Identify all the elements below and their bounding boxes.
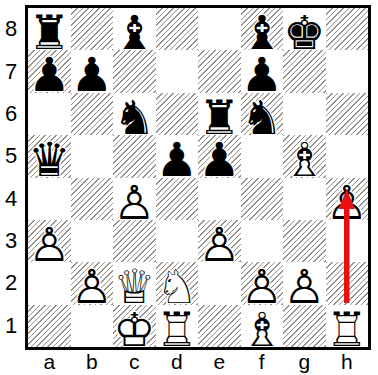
board-grid: ♜♝♝♚♟♟♟♞♜♞♛♟♟♝♗♟♙♟♙♟♙♟♙♟♙♛♕♞♘♟♙♟♙♚♔♜♖♝♗♜… (28, 8, 368, 347)
black-king-piece: ♚ (283, 8, 326, 50)
white-queen-piece: ♛♕ (113, 262, 156, 304)
file-label-e: e (198, 349, 241, 375)
square-f3[interactable] (241, 220, 284, 262)
square-a8[interactable]: ♜ (28, 8, 71, 50)
black-bishop-piece: ♝ (113, 8, 156, 50)
rank-label-6: 6 (0, 93, 22, 135)
square-c1[interactable]: ♚♔ (113, 305, 156, 347)
square-a4[interactable] (28, 178, 71, 220)
square-a2[interactable] (28, 262, 71, 304)
rank-label-1: 1 (0, 305, 22, 347)
square-c4[interactable]: ♟♙ (113, 178, 156, 220)
square-c5[interactable] (113, 135, 156, 177)
white-king-piece: ♚♔ (113, 305, 156, 347)
square-d6[interactable] (156, 93, 199, 135)
square-g3[interactable] (283, 220, 326, 262)
square-e1[interactable] (198, 305, 241, 347)
black-rook-piece: ♜ (198, 93, 241, 135)
square-h3[interactable] (326, 220, 369, 262)
square-f6[interactable]: ♞ (241, 93, 284, 135)
file-label-b: b (71, 349, 114, 375)
white-pawn-piece: ♟♙ (241, 262, 284, 304)
square-d4[interactable] (156, 178, 199, 220)
square-h6[interactable] (326, 93, 369, 135)
white-pawn-piece: ♟♙ (326, 178, 369, 220)
black-pawn-piece: ♟ (156, 135, 199, 177)
square-d2[interactable]: ♞♘ (156, 262, 199, 304)
white-knight-piece: ♞♘ (156, 262, 199, 304)
square-h4[interactable]: ♟♙ (326, 178, 369, 220)
square-e2[interactable] (198, 262, 241, 304)
black-bishop-piece: ♝ (241, 8, 284, 50)
square-d3[interactable] (156, 220, 199, 262)
square-e5[interactable]: ♟ (198, 135, 241, 177)
square-b5[interactable] (71, 135, 114, 177)
white-pawn-piece: ♟♙ (198, 220, 241, 262)
square-a7[interactable]: ♟ (28, 50, 71, 92)
square-c3[interactable] (113, 220, 156, 262)
square-f5[interactable] (241, 135, 284, 177)
square-g2[interactable]: ♟♙ (283, 262, 326, 304)
square-b2[interactable]: ♟♙ (71, 262, 114, 304)
white-pawn-piece: ♟♙ (283, 262, 326, 304)
square-f4[interactable] (241, 178, 284, 220)
square-h7[interactable] (326, 50, 369, 92)
square-c2[interactable]: ♛♕ (113, 262, 156, 304)
white-rook-piece: ♜♖ (156, 305, 199, 347)
square-b7[interactable]: ♟ (71, 50, 114, 92)
black-knight-piece: ♞ (113, 93, 156, 135)
chess-board: ♜♝♝♚♟♟♟♞♜♞♛♟♟♝♗♟♙♟♙♟♙♟♙♟♙♛♕♞♘♟♙♟♙♚♔♜♖♝♗♜… (25, 5, 371, 350)
square-f8[interactable]: ♝ (241, 8, 284, 50)
square-g6[interactable] (283, 93, 326, 135)
square-b4[interactable] (71, 178, 114, 220)
black-pawn-piece: ♟ (28, 50, 71, 92)
square-a5[interactable]: ♛ (28, 135, 71, 177)
square-g4[interactable] (283, 178, 326, 220)
square-e7[interactable] (198, 50, 241, 92)
square-h5[interactable] (326, 135, 369, 177)
file-label-a: a (28, 349, 71, 375)
square-b8[interactable] (71, 8, 114, 50)
square-a6[interactable] (28, 93, 71, 135)
square-a3[interactable]: ♟♙ (28, 220, 71, 262)
chess-diagram: 87654321 ♜♝♝♚♟♟♟♞♜♞♛♟♟♝♗♟♙♟♙♟♙♟♙♟♙♛♕♞♘♟♙… (0, 0, 378, 375)
square-g7[interactable] (283, 50, 326, 92)
file-label-c: c (113, 349, 156, 375)
rank-label-8: 8 (0, 8, 22, 50)
square-c7[interactable] (113, 50, 156, 92)
white-pawn-piece: ♟♙ (28, 220, 71, 262)
rank-label-4: 4 (0, 178, 22, 220)
black-queen-piece: ♛ (28, 135, 71, 177)
square-g8[interactable]: ♚ (283, 8, 326, 50)
black-pawn-piece: ♟ (71, 50, 114, 92)
white-rook-piece: ♜♖ (326, 305, 369, 347)
square-a1[interactable] (28, 305, 71, 347)
square-g5[interactable]: ♝♗ (283, 135, 326, 177)
square-h2[interactable] (326, 262, 369, 304)
square-d7[interactable] (156, 50, 199, 92)
square-g1[interactable] (283, 305, 326, 347)
square-h8[interactable] (326, 8, 369, 50)
rank-label-2: 2 (0, 262, 22, 304)
rank-labels: 87654321 (0, 8, 22, 347)
square-f2[interactable]: ♟♙ (241, 262, 284, 304)
square-e6[interactable]: ♜ (198, 93, 241, 135)
square-e3[interactable]: ♟♙ (198, 220, 241, 262)
white-pawn-piece: ♟♙ (113, 178, 156, 220)
square-b6[interactable] (71, 93, 114, 135)
square-b3[interactable] (71, 220, 114, 262)
square-f1[interactable]: ♝♗ (241, 305, 284, 347)
square-b1[interactable] (71, 305, 114, 347)
black-pawn-piece: ♟ (241, 50, 284, 92)
file-label-d: d (156, 349, 199, 375)
square-d5[interactable]: ♟ (156, 135, 199, 177)
rank-label-7: 7 (0, 50, 22, 92)
square-d1[interactable]: ♜♖ (156, 305, 199, 347)
file-label-f: f (241, 349, 284, 375)
rank-label-3: 3 (0, 220, 22, 262)
square-c8[interactable]: ♝ (113, 8, 156, 50)
square-e4[interactable] (198, 178, 241, 220)
white-pawn-piece: ♟♙ (71, 262, 114, 304)
rank-label-5: 5 (0, 135, 22, 177)
white-bishop-piece: ♝♗ (283, 135, 326, 177)
square-f7[interactable]: ♟ (241, 50, 284, 92)
square-d8[interactable] (156, 8, 199, 50)
square-c6[interactable]: ♞ (113, 93, 156, 135)
black-rook-piece: ♜ (28, 8, 71, 50)
black-pawn-piece: ♟ (198, 135, 241, 177)
square-e8[interactable] (198, 8, 241, 50)
file-label-h: h (326, 349, 369, 375)
square-h1[interactable]: ♜♖ (326, 305, 369, 347)
file-labels: abcdefgh (28, 349, 368, 375)
black-knight-piece: ♞ (241, 93, 284, 135)
white-bishop-piece: ♝♗ (241, 305, 284, 347)
file-label-g: g (283, 349, 326, 375)
